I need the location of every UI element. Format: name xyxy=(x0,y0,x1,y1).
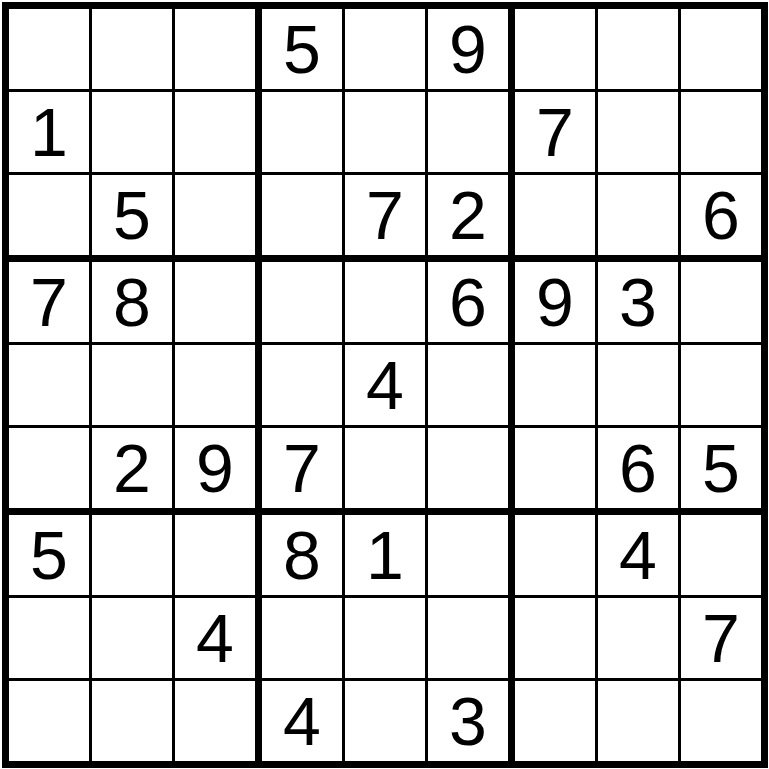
cell-r7c5[interactable]: 1 xyxy=(345,515,428,598)
sudoku-board: 591757267869342976558144743 xyxy=(2,2,768,768)
cell-r9c9[interactable] xyxy=(681,681,761,761)
cell-r1c5[interactable] xyxy=(345,9,428,92)
cell-r1c4[interactable]: 5 xyxy=(262,9,345,92)
cell-r8c4[interactable] xyxy=(262,598,345,681)
given-digit: 9 xyxy=(196,434,234,502)
given-digit: 5 xyxy=(30,521,68,589)
given-digit: 4 xyxy=(366,351,404,419)
given-digit: 6 xyxy=(702,181,740,249)
cell-r2c2[interactable] xyxy=(92,92,175,175)
given-digit: 5 xyxy=(702,434,740,502)
given-digit: 8 xyxy=(283,521,321,589)
cell-r1c8[interactable] xyxy=(598,9,681,92)
given-digit: 7 xyxy=(702,604,740,672)
given-digit: 6 xyxy=(449,268,487,336)
cell-r7c2[interactable] xyxy=(92,515,175,598)
cell-r3c8[interactable] xyxy=(598,175,681,262)
given-digit: 4 xyxy=(196,604,234,672)
given-digit: 5 xyxy=(283,15,321,83)
cell-r9c2[interactable] xyxy=(92,681,175,761)
cell-r2c4[interactable] xyxy=(262,92,345,175)
cell-r5c7[interactable] xyxy=(515,345,598,428)
cell-r2c5[interactable] xyxy=(345,92,428,175)
cell-r4c3[interactable] xyxy=(175,262,262,345)
given-digit: 3 xyxy=(449,687,487,755)
cell-r9c5[interactable] xyxy=(345,681,428,761)
cell-r5c2[interactable] xyxy=(92,345,175,428)
cell-r1c9[interactable] xyxy=(681,9,761,92)
cell-r9c4[interactable]: 4 xyxy=(262,681,345,761)
cell-r7c3[interactable] xyxy=(175,515,262,598)
cell-r9c6[interactable]: 3 xyxy=(428,681,515,761)
cell-r6c8[interactable]: 6 xyxy=(598,428,681,515)
cell-r6c9[interactable]: 5 xyxy=(681,428,761,515)
cell-r9c3[interactable] xyxy=(175,681,262,761)
cell-r4c6[interactable]: 6 xyxy=(428,262,515,345)
given-digit: 1 xyxy=(366,521,404,589)
given-digit: 7 xyxy=(366,181,404,249)
cell-r6c1[interactable] xyxy=(9,428,92,515)
given-digit: 7 xyxy=(283,434,321,502)
cell-r9c8[interactable] xyxy=(598,681,681,761)
cell-r5c9[interactable] xyxy=(681,345,761,428)
cell-r1c6[interactable]: 9 xyxy=(428,9,515,92)
cell-r8c8[interactable] xyxy=(598,598,681,681)
cell-r8c1[interactable] xyxy=(9,598,92,681)
cell-r5c5[interactable]: 4 xyxy=(345,345,428,428)
cell-r5c3[interactable] xyxy=(175,345,262,428)
cell-r1c2[interactable] xyxy=(92,9,175,92)
cell-r7c1[interactable]: 5 xyxy=(9,515,92,598)
cell-r4c9[interactable] xyxy=(681,262,761,345)
given-digit: 4 xyxy=(619,521,657,589)
cell-r4c5[interactable] xyxy=(345,262,428,345)
cell-r1c7[interactable] xyxy=(515,9,598,92)
cell-r1c1[interactable] xyxy=(9,9,92,92)
given-digit: 4 xyxy=(283,687,321,755)
cell-r6c6[interactable] xyxy=(428,428,515,515)
given-digit: 6 xyxy=(619,434,657,502)
cell-r8c3[interactable]: 4 xyxy=(175,598,262,681)
cell-r7c4[interactable]: 8 xyxy=(262,515,345,598)
cell-r4c7[interactable]: 9 xyxy=(515,262,598,345)
cell-r3c6[interactable]: 2 xyxy=(428,175,515,262)
cell-r1c3[interactable] xyxy=(175,9,262,92)
cell-r6c4[interactable]: 7 xyxy=(262,428,345,515)
given-digit: 8 xyxy=(113,268,151,336)
cell-r3c3[interactable] xyxy=(175,175,262,262)
given-digit: 9 xyxy=(449,15,487,83)
given-digit: 1 xyxy=(30,98,68,166)
cell-r3c7[interactable] xyxy=(515,175,598,262)
cell-r8c7[interactable] xyxy=(515,598,598,681)
cell-r3c1[interactable] xyxy=(9,175,92,262)
given-digit: 2 xyxy=(113,434,151,502)
cell-r3c9[interactable]: 6 xyxy=(681,175,761,262)
cell-r2c7[interactable]: 7 xyxy=(515,92,598,175)
cell-r3c2[interactable]: 5 xyxy=(92,175,175,262)
cell-r9c7[interactable] xyxy=(515,681,598,761)
cell-r2c9[interactable] xyxy=(681,92,761,175)
cell-r5c8[interactable] xyxy=(598,345,681,428)
given-digit: 7 xyxy=(30,268,68,336)
cell-r6c7[interactable] xyxy=(515,428,598,515)
cell-r3c4[interactable] xyxy=(262,175,345,262)
cell-r7c6[interactable] xyxy=(428,515,515,598)
cell-r4c1[interactable]: 7 xyxy=(9,262,92,345)
cell-r4c4[interactable] xyxy=(262,262,345,345)
board-wrap: 591757267869342976558144743 xyxy=(0,0,769,768)
cell-r6c2[interactable]: 2 xyxy=(92,428,175,515)
cell-r2c8[interactable] xyxy=(598,92,681,175)
cell-r6c3[interactable]: 9 xyxy=(175,428,262,515)
given-digit: 9 xyxy=(536,268,574,336)
cell-r7c7[interactable] xyxy=(515,515,598,598)
cell-r8c6[interactable] xyxy=(428,598,515,681)
cell-r5c4[interactable] xyxy=(262,345,345,428)
cell-r4c8[interactable]: 3 xyxy=(598,262,681,345)
cell-r7c9[interactable] xyxy=(681,515,761,598)
cell-r2c6[interactable] xyxy=(428,92,515,175)
given-digit: 2 xyxy=(449,181,487,249)
cell-r2c3[interactable] xyxy=(175,92,262,175)
cell-r4c2[interactable]: 8 xyxy=(92,262,175,345)
cell-r7c8[interactable]: 4 xyxy=(598,515,681,598)
cell-r3c5[interactable]: 7 xyxy=(345,175,428,262)
cell-r5c6[interactable] xyxy=(428,345,515,428)
cell-r5c1[interactable] xyxy=(9,345,92,428)
cell-r2c1[interactable]: 1 xyxy=(9,92,92,175)
cell-r8c9[interactable]: 7 xyxy=(681,598,761,681)
given-digit: 7 xyxy=(536,98,574,166)
cell-r6c5[interactable] xyxy=(345,428,428,515)
cell-r8c5[interactable] xyxy=(345,598,428,681)
cell-r8c2[interactable] xyxy=(92,598,175,681)
given-digit: 5 xyxy=(113,181,151,249)
cell-r9c1[interactable] xyxy=(9,681,92,761)
given-digit: 3 xyxy=(619,268,657,336)
